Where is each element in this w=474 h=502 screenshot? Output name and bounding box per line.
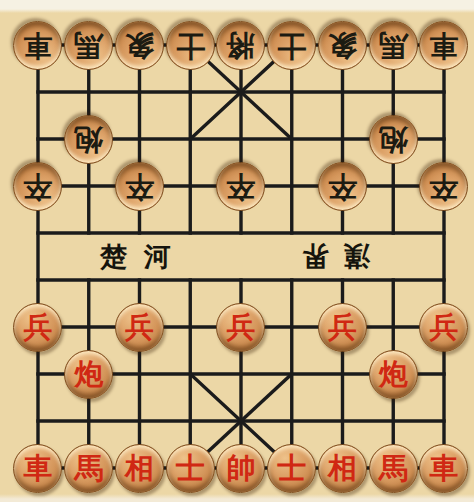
piece-red-chariot[interactable]: 車 (13, 444, 62, 493)
piece-red-cannon[interactable]: 炮 (369, 350, 418, 399)
piece-black-advisor[interactable]: 士 (166, 21, 215, 70)
piece-red-soldier[interactable]: 兵 (318, 303, 367, 352)
piece-black-cannon[interactable]: 炮 (64, 115, 113, 164)
piece-red-advisor[interactable]: 士 (267, 444, 316, 493)
piece-black-soldier[interactable]: 卒 (216, 162, 265, 211)
pieces-grid: 車馬象士將士象馬車炮炮卒卒卒卒卒兵兵兵兵兵炮炮車馬相士帥士相馬車 (13, 22, 470, 492)
piece-red-general[interactable]: 帥 (216, 444, 265, 493)
piece-black-chariot[interactable]: 車 (419, 21, 468, 70)
piece-black-horse[interactable]: 馬 (64, 21, 113, 70)
piece-black-soldier[interactable]: 卒 (318, 162, 367, 211)
piece-red-chariot[interactable]: 車 (419, 444, 468, 493)
piece-red-horse[interactable]: 馬 (369, 444, 418, 493)
piece-red-advisor[interactable]: 士 (166, 444, 215, 493)
piece-black-soldier[interactable]: 卒 (419, 162, 468, 211)
piece-red-cannon[interactable]: 炮 (64, 350, 113, 399)
piece-black-chariot[interactable]: 車 (13, 21, 62, 70)
piece-red-elephant[interactable]: 相 (115, 444, 164, 493)
piece-black-elephant[interactable]: 象 (115, 21, 164, 70)
piece-black-general[interactable]: 將 (216, 21, 265, 70)
piece-red-soldier[interactable]: 兵 (419, 303, 468, 352)
xiangqi-board[interactable]: 楚河 漢界 車馬象士將士象馬車炮炮卒卒卒卒卒兵兵兵兵兵炮炮車馬相士帥士相馬車 (0, 0, 474, 502)
piece-red-soldier[interactable]: 兵 (115, 303, 164, 352)
piece-red-soldier[interactable]: 兵 (216, 303, 265, 352)
piece-red-soldier[interactable]: 兵 (13, 303, 62, 352)
piece-black-horse[interactable]: 馬 (369, 21, 418, 70)
piece-black-elephant[interactable]: 象 (318, 21, 367, 70)
piece-black-cannon[interactable]: 炮 (369, 115, 418, 164)
piece-black-advisor[interactable]: 士 (267, 21, 316, 70)
piece-black-soldier[interactable]: 卒 (13, 162, 62, 211)
piece-red-horse[interactable]: 馬 (64, 444, 113, 493)
piece-black-soldier[interactable]: 卒 (115, 162, 164, 211)
piece-red-elephant[interactable]: 相 (318, 444, 367, 493)
